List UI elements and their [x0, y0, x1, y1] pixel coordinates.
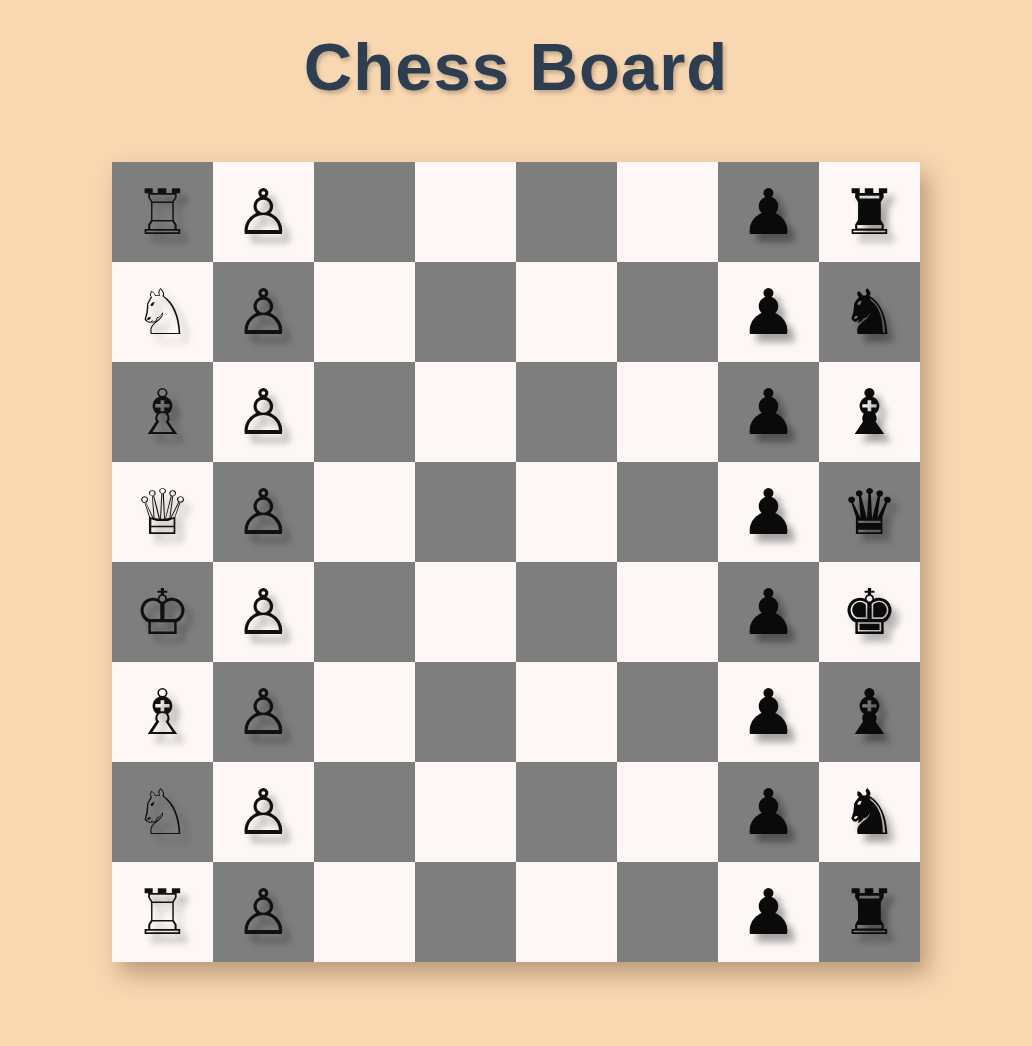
square-c2[interactable] — [314, 762, 415, 862]
square-b7[interactable]: ♙ — [213, 262, 314, 362]
piece-white-knight: ♘ — [134, 281, 190, 344]
square-a1[interactable]: ♖ — [112, 862, 213, 962]
square-h6[interactable]: ♝ — [819, 362, 920, 462]
piece-black-knight: ♞ — [841, 281, 897, 344]
square-e2[interactable] — [516, 762, 617, 862]
square-c3[interactable] — [314, 662, 415, 762]
piece-white-pawn: ♙ — [235, 181, 291, 244]
piece-black-rook: ♜ — [841, 881, 897, 944]
piece-white-pawn: ♙ — [235, 881, 291, 944]
square-a5[interactable]: ♕ — [112, 462, 213, 562]
square-e8[interactable] — [516, 162, 617, 262]
square-b2[interactable]: ♙ — [213, 762, 314, 862]
piece-black-pawn: ♟ — [740, 481, 796, 544]
piece-white-knight: ♘ — [134, 781, 190, 844]
piece-black-pawn: ♟ — [740, 381, 796, 444]
square-c5[interactable] — [314, 462, 415, 562]
square-h7[interactable]: ♞ — [819, 262, 920, 362]
square-g4[interactable]: ♟ — [718, 562, 819, 662]
piece-black-rook: ♜ — [841, 181, 897, 244]
piece-black-queen: ♛ — [841, 481, 897, 544]
square-d8[interactable] — [415, 162, 516, 262]
square-b4[interactable]: ♙ — [213, 562, 314, 662]
square-f3[interactable] — [617, 662, 718, 762]
square-a3[interactable]: ♗ — [112, 662, 213, 762]
square-b5[interactable]: ♙ — [213, 462, 314, 562]
piece-black-pawn: ♟ — [740, 781, 796, 844]
square-c6[interactable] — [314, 362, 415, 462]
square-f7[interactable] — [617, 262, 718, 362]
square-a7[interactable]: ♘ — [112, 262, 213, 362]
piece-white-rook: ♖ — [134, 881, 190, 944]
square-e7[interactable] — [516, 262, 617, 362]
square-h3[interactable]: ♝ — [819, 662, 920, 762]
piece-black-king: ♚ — [841, 581, 897, 644]
square-f8[interactable] — [617, 162, 718, 262]
square-g8[interactable]: ♟ — [718, 162, 819, 262]
piece-white-rook: ♖ — [134, 181, 190, 244]
square-d5[interactable] — [415, 462, 516, 562]
square-c8[interactable] — [314, 162, 415, 262]
square-h5[interactable]: ♛ — [819, 462, 920, 562]
square-d6[interactable] — [415, 362, 516, 462]
square-g2[interactable]: ♟ — [718, 762, 819, 862]
square-g7[interactable]: ♟ — [718, 262, 819, 362]
square-e3[interactable] — [516, 662, 617, 762]
piece-white-pawn: ♙ — [235, 681, 291, 744]
square-d3[interactable] — [415, 662, 516, 762]
square-h1[interactable]: ♜ — [819, 862, 920, 962]
piece-white-queen: ♕ — [134, 481, 190, 544]
square-c7[interactable] — [314, 262, 415, 362]
square-a8[interactable]: ♖ — [112, 162, 213, 262]
square-a2[interactable]: ♘ — [112, 762, 213, 862]
square-c1[interactable] — [314, 862, 415, 962]
piece-black-knight: ♞ — [841, 781, 897, 844]
square-d2[interactable] — [415, 762, 516, 862]
square-d7[interactable] — [415, 262, 516, 362]
square-f1[interactable] — [617, 862, 718, 962]
square-f4[interactable] — [617, 562, 718, 662]
square-c4[interactable] — [314, 562, 415, 662]
square-g3[interactable]: ♟ — [718, 662, 819, 762]
piece-black-pawn: ♟ — [740, 281, 796, 344]
piece-white-bishop: ♗ — [134, 681, 190, 744]
square-f5[interactable] — [617, 462, 718, 562]
piece-black-pawn: ♟ — [740, 881, 796, 944]
square-h2[interactable]: ♞ — [819, 762, 920, 862]
piece-black-pawn: ♟ — [740, 181, 796, 244]
square-b8[interactable]: ♙ — [213, 162, 314, 262]
page-title: Chess Board — [0, 0, 1032, 105]
square-b1[interactable]: ♙ — [213, 862, 314, 962]
square-a6[interactable]: ♗ — [112, 362, 213, 462]
piece-black-bishop: ♝ — [841, 681, 897, 744]
square-e1[interactable] — [516, 862, 617, 962]
page-background: { "page": { "title": "Chess Board", "bac… — [0, 0, 1032, 1046]
square-f2[interactable] — [617, 762, 718, 862]
square-b6[interactable]: ♙ — [213, 362, 314, 462]
square-g6[interactable]: ♟ — [718, 362, 819, 462]
square-h4[interactable]: ♚ — [819, 562, 920, 662]
square-d1[interactable] — [415, 862, 516, 962]
chess-board: ♖♙♟♜♘♙♟♞♗♙♟♝♕♙♟♛♔♙♟♚♗♙♟♝♘♙♟♞♖♙♟♜ — [112, 162, 920, 962]
piece-white-pawn: ♙ — [235, 781, 291, 844]
board-container: ♖♙♟♜♘♙♟♞♗♙♟♝♕♙♟♛♔♙♟♚♗♙♟♝♘♙♟♞♖♙♟♜ — [0, 105, 1032, 962]
piece-black-pawn: ♟ — [740, 681, 796, 744]
square-g1[interactable]: ♟ — [718, 862, 819, 962]
piece-white-bishop: ♗ — [134, 381, 190, 444]
square-h8[interactable]: ♜ — [819, 162, 920, 262]
piece-black-pawn: ♟ — [740, 581, 796, 644]
piece-white-pawn: ♙ — [235, 381, 291, 444]
piece-white-pawn: ♙ — [235, 281, 291, 344]
square-b3[interactable]: ♙ — [213, 662, 314, 762]
piece-white-king: ♔ — [134, 581, 190, 644]
square-e4[interactable] — [516, 562, 617, 662]
square-f6[interactable] — [617, 362, 718, 462]
square-e5[interactable] — [516, 462, 617, 562]
piece-white-pawn: ♙ — [235, 481, 291, 544]
square-e6[interactable] — [516, 362, 617, 462]
piece-black-bishop: ♝ — [841, 381, 897, 444]
square-a4[interactable]: ♔ — [112, 562, 213, 662]
square-g5[interactable]: ♟ — [718, 462, 819, 562]
square-d4[interactable] — [415, 562, 516, 662]
piece-white-pawn: ♙ — [235, 581, 291, 644]
